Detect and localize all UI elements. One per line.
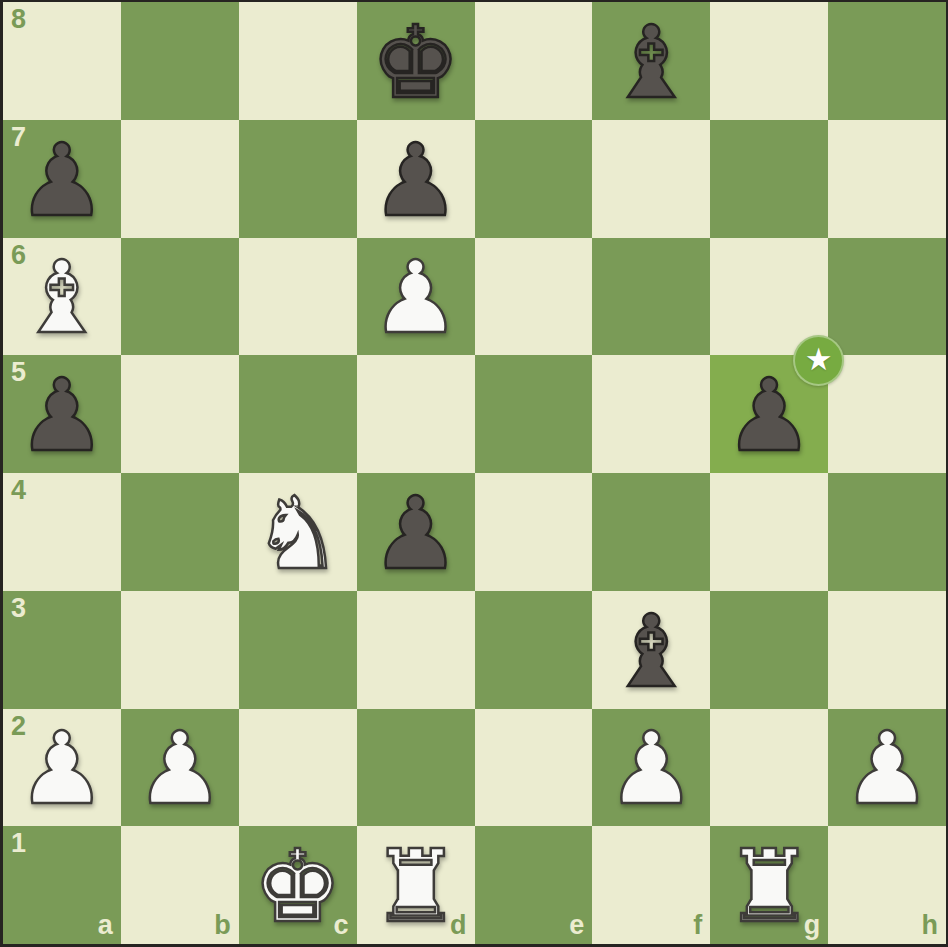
square-c5[interactable] (239, 355, 357, 473)
square-f8[interactable]: ♝ (592, 2, 710, 120)
square-c8[interactable] (239, 2, 357, 120)
piece-black-bishop[interactable]: ♝ (592, 4, 710, 122)
square-e7[interactable] (475, 120, 593, 238)
chess-app-page: 8♚♝7♟♟6♝♟5♟♟★4♞♟3♝2♟♟♟♟1abc♚d♜efg♜h (0, 0, 948, 947)
square-a2[interactable]: 2♟ (3, 709, 121, 827)
piece-black-pawn[interactable]: ♟ (357, 122, 475, 240)
square-d8[interactable]: ♚ (357, 2, 475, 120)
square-a3[interactable]: 3 (3, 591, 121, 709)
square-b8[interactable] (121, 2, 239, 120)
square-b1[interactable]: b (121, 826, 239, 944)
square-a6[interactable]: 6♝ (3, 238, 121, 356)
square-f3[interactable]: ♝ (592, 591, 710, 709)
square-h7[interactable] (828, 120, 946, 238)
square-f6[interactable] (592, 238, 710, 356)
square-h3[interactable] (828, 591, 946, 709)
piece-white-pawn[interactable]: ♟ (121, 711, 239, 829)
square-d6[interactable]: ♟ (357, 238, 475, 356)
square-h2[interactable]: ♟ (828, 709, 946, 827)
square-h6[interactable] (828, 238, 946, 356)
square-g7[interactable] (710, 120, 828, 238)
square-b7[interactable] (121, 120, 239, 238)
square-d1[interactable]: d♜ (357, 826, 475, 944)
square-d7[interactable]: ♟ (357, 120, 475, 238)
square-f2[interactable]: ♟ (592, 709, 710, 827)
square-d3[interactable] (357, 591, 475, 709)
square-a1[interactable]: 1a (3, 826, 121, 944)
square-a5[interactable]: 5♟ (3, 355, 121, 473)
chess-board: 8♚♝7♟♟6♝♟5♟♟★4♞♟3♝2♟♟♟♟1abc♚d♜efg♜h (3, 2, 946, 944)
square-g3[interactable] (710, 591, 828, 709)
square-b4[interactable] (121, 473, 239, 591)
square-f4[interactable] (592, 473, 710, 591)
file-label-e: e (569, 912, 584, 939)
square-a4[interactable]: 4 (3, 473, 121, 591)
square-g5[interactable]: ♟★ (710, 355, 828, 473)
square-f1[interactable]: f (592, 826, 710, 944)
square-f5[interactable] (592, 355, 710, 473)
square-c1[interactable]: c♚ (239, 826, 357, 944)
piece-black-bishop[interactable]: ♝ (592, 593, 710, 711)
star-icon: ★ (805, 344, 833, 375)
square-g1[interactable]: g♜ (710, 826, 828, 944)
square-c7[interactable] (239, 120, 357, 238)
piece-white-bishop[interactable]: ♝ (3, 240, 121, 358)
square-b2[interactable]: ♟ (121, 709, 239, 827)
square-e3[interactable] (475, 591, 593, 709)
square-e6[interactable] (475, 238, 593, 356)
square-e4[interactable] (475, 473, 593, 591)
square-e1[interactable]: e (475, 826, 593, 944)
rank-label-4: 4 (11, 477, 26, 504)
piece-black-pawn[interactable]: ♟ (3, 122, 121, 240)
piece-black-pawn[interactable]: ♟ (357, 475, 475, 593)
square-h8[interactable] (828, 2, 946, 120)
square-e5[interactable] (475, 355, 593, 473)
file-label-a: a (98, 912, 113, 939)
square-h5[interactable] (828, 355, 946, 473)
square-d2[interactable] (357, 709, 475, 827)
square-g2[interactable] (710, 709, 828, 827)
piece-white-rook[interactable]: ♜ (710, 828, 828, 946)
rank-label-8: 8 (11, 6, 26, 33)
square-d4[interactable]: ♟ (357, 473, 475, 591)
square-f7[interactable] (592, 120, 710, 238)
square-c4[interactable]: ♞ (239, 473, 357, 591)
rank-label-1: 1 (11, 830, 26, 857)
piece-white-pawn[interactable]: ♟ (828, 711, 946, 829)
square-c2[interactable] (239, 709, 357, 827)
square-b3[interactable] (121, 591, 239, 709)
piece-black-king[interactable]: ♚ (357, 4, 475, 122)
piece-white-knight[interactable]: ♞ (239, 475, 357, 593)
square-b5[interactable] (121, 355, 239, 473)
file-label-b: b (214, 912, 231, 939)
file-label-f: f (693, 912, 702, 939)
piece-white-king[interactable]: ♚ (239, 828, 357, 946)
square-h4[interactable] (828, 473, 946, 591)
square-g8[interactable] (710, 2, 828, 120)
square-e2[interactable] (475, 709, 593, 827)
piece-white-pawn[interactable]: ♟ (592, 711, 710, 829)
square-a7[interactable]: 7♟ (3, 120, 121, 238)
piece-white-pawn[interactable]: ♟ (3, 711, 121, 829)
piece-black-pawn[interactable]: ♟ (3, 357, 121, 475)
rank-label-3: 3 (11, 595, 26, 622)
piece-white-pawn[interactable]: ♟ (357, 240, 475, 358)
square-c6[interactable] (239, 238, 357, 356)
square-h1[interactable]: h (828, 826, 946, 944)
piece-white-rook[interactable]: ♜ (357, 828, 475, 946)
square-a8[interactable]: 8 (3, 2, 121, 120)
square-b6[interactable] (121, 238, 239, 356)
file-label-h: h (922, 912, 939, 939)
square-e8[interactable] (475, 2, 593, 120)
square-c3[interactable] (239, 591, 357, 709)
square-g4[interactable] (710, 473, 828, 591)
square-d5[interactable] (357, 355, 475, 473)
